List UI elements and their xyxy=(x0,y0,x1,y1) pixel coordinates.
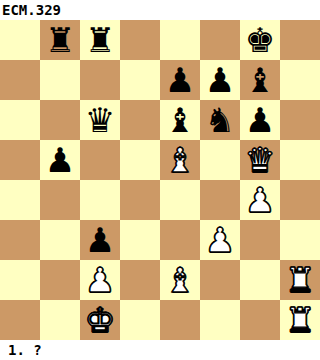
white-bishop: ♝ xyxy=(165,260,195,300)
puzzle-id-label: ECM.329 xyxy=(2,0,61,20)
square-f1[interactable] xyxy=(200,300,240,340)
square-b8[interactable]: ♜ xyxy=(40,20,80,60)
move-prompt-label: 1. ? xyxy=(8,340,42,360)
black-pawn: ♟ xyxy=(45,140,75,180)
square-g1[interactable] xyxy=(240,300,280,340)
square-a8[interactable] xyxy=(0,20,40,60)
chess-puzzle-screen: ECM.329 ♜♜♚♟♟♝♛♝♞♟♟♝♛♟♟♟♟♝♜♚♜ 1. ? xyxy=(0,0,320,360)
square-b6[interactable] xyxy=(40,100,80,140)
black-rook: ♜ xyxy=(45,20,75,60)
square-h5[interactable] xyxy=(280,140,320,180)
square-e2[interactable]: ♝ xyxy=(160,260,200,300)
square-d5[interactable] xyxy=(120,140,160,180)
square-d6[interactable] xyxy=(120,100,160,140)
black-knight: ♞ xyxy=(205,100,235,140)
black-queen: ♛ xyxy=(85,100,115,140)
square-d8[interactable] xyxy=(120,20,160,60)
square-e8[interactable] xyxy=(160,20,200,60)
white-rook: ♜ xyxy=(285,300,315,340)
square-e4[interactable] xyxy=(160,180,200,220)
chess-board: ♜♜♚♟♟♝♛♝♞♟♟♝♛♟♟♟♟♝♜♚♜ xyxy=(0,20,320,340)
square-f7[interactable]: ♟ xyxy=(200,60,240,100)
black-rook: ♜ xyxy=(85,20,115,60)
square-b7[interactable] xyxy=(40,60,80,100)
white-bishop: ♝ xyxy=(165,140,195,180)
black-pawn: ♟ xyxy=(85,220,115,260)
black-king: ♚ xyxy=(245,20,275,60)
square-b1[interactable] xyxy=(40,300,80,340)
square-a2[interactable] xyxy=(0,260,40,300)
square-f6[interactable]: ♞ xyxy=(200,100,240,140)
square-e3[interactable] xyxy=(160,220,200,260)
square-f3[interactable]: ♟ xyxy=(200,220,240,260)
white-pawn: ♟ xyxy=(205,220,235,260)
square-g6[interactable]: ♟ xyxy=(240,100,280,140)
square-d4[interactable] xyxy=(120,180,160,220)
square-b5[interactable]: ♟ xyxy=(40,140,80,180)
square-f5[interactable] xyxy=(200,140,240,180)
square-h3[interactable] xyxy=(280,220,320,260)
square-a3[interactable] xyxy=(0,220,40,260)
square-h4[interactable] xyxy=(280,180,320,220)
square-g4[interactable]: ♟ xyxy=(240,180,280,220)
white-rook: ♜ xyxy=(285,260,315,300)
square-c2[interactable]: ♟ xyxy=(80,260,120,300)
square-e1[interactable] xyxy=(160,300,200,340)
square-g5[interactable]: ♛ xyxy=(240,140,280,180)
black-pawn: ♟ xyxy=(245,100,275,140)
square-d3[interactable] xyxy=(120,220,160,260)
square-a7[interactable] xyxy=(0,60,40,100)
square-h1[interactable]: ♜ xyxy=(280,300,320,340)
square-c4[interactable] xyxy=(80,180,120,220)
square-c5[interactable] xyxy=(80,140,120,180)
white-pawn: ♟ xyxy=(245,180,275,220)
square-e5[interactable]: ♝ xyxy=(160,140,200,180)
square-f4[interactable] xyxy=(200,180,240,220)
black-bishop: ♝ xyxy=(165,100,195,140)
black-pawn: ♟ xyxy=(165,60,195,100)
square-e6[interactable]: ♝ xyxy=(160,100,200,140)
black-bishop: ♝ xyxy=(245,60,275,100)
square-f8[interactable] xyxy=(200,20,240,60)
square-c1[interactable]: ♚ xyxy=(80,300,120,340)
white-king: ♚ xyxy=(85,300,115,340)
square-h8[interactable] xyxy=(280,20,320,60)
square-a4[interactable] xyxy=(0,180,40,220)
square-d2[interactable] xyxy=(120,260,160,300)
square-h2[interactable]: ♜ xyxy=(280,260,320,300)
square-h6[interactable] xyxy=(280,100,320,140)
square-b3[interactable] xyxy=(40,220,80,260)
square-g3[interactable] xyxy=(240,220,280,260)
square-g8[interactable]: ♚ xyxy=(240,20,280,60)
white-pawn: ♟ xyxy=(85,260,115,300)
square-c8[interactable]: ♜ xyxy=(80,20,120,60)
white-queen: ♛ xyxy=(245,140,275,180)
square-c6[interactable]: ♛ xyxy=(80,100,120,140)
square-d7[interactable] xyxy=(120,60,160,100)
square-f2[interactable] xyxy=(200,260,240,300)
square-g7[interactable]: ♝ xyxy=(240,60,280,100)
square-b2[interactable] xyxy=(40,260,80,300)
black-pawn: ♟ xyxy=(205,60,235,100)
square-e7[interactable]: ♟ xyxy=(160,60,200,100)
square-c3[interactable]: ♟ xyxy=(80,220,120,260)
square-a1[interactable] xyxy=(0,300,40,340)
square-b4[interactable] xyxy=(40,180,80,220)
square-d1[interactable] xyxy=(120,300,160,340)
square-a6[interactable] xyxy=(0,100,40,140)
square-h7[interactable] xyxy=(280,60,320,100)
square-c7[interactable] xyxy=(80,60,120,100)
square-a5[interactable] xyxy=(0,140,40,180)
square-g2[interactable] xyxy=(240,260,280,300)
